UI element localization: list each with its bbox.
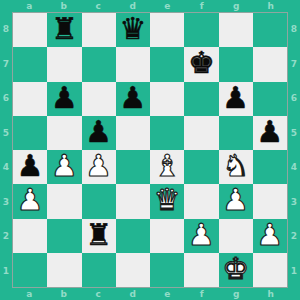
piece-black-queen[interactable]: ♛ — [119, 14, 146, 44]
square-h5[interactable]: ♟ — [253, 116, 287, 150]
piece-white-pawn[interactable]: ♟ — [17, 185, 44, 215]
rank-label-5: 5 — [288, 116, 300, 151]
square-e1[interactable] — [150, 253, 184, 287]
rank-label-6: 6 — [288, 81, 300, 116]
rank-label-7: 7 — [288, 47, 300, 82]
piece-black-rook[interactable]: ♜ — [85, 220, 112, 250]
rank-label-4: 4 — [0, 150, 12, 185]
piece-black-pawn[interactable]: ♟ — [17, 151, 44, 181]
square-g5[interactable] — [219, 116, 253, 150]
file-label-h: h — [254, 0, 289, 12]
file-label-h: h — [254, 288, 289, 300]
square-d8[interactable]: ♛ — [116, 13, 150, 47]
square-g7[interactable] — [219, 47, 253, 81]
square-b2[interactable] — [47, 219, 81, 253]
square-f1[interactable] — [184, 253, 218, 287]
file-label-d: d — [116, 288, 151, 300]
square-a4[interactable]: ♟ — [13, 150, 47, 184]
piece-white-bishop[interactable]: ♝ — [154, 151, 181, 181]
square-e7[interactable] — [150, 47, 184, 81]
rank-label-6: 6 — [0, 81, 12, 116]
file-label-b: b — [47, 0, 82, 12]
piece-white-knight[interactable]: ♞ — [222, 151, 249, 181]
rank-label-2: 2 — [0, 219, 12, 254]
file-label-g: g — [219, 0, 254, 12]
piece-white-king[interactable]: ♚ — [222, 254, 249, 284]
square-d1[interactable] — [116, 253, 150, 287]
rank-label-4: 4 — [288, 150, 300, 185]
square-h1[interactable] — [253, 253, 287, 287]
square-e8[interactable] — [150, 13, 184, 47]
rank-label-1: 1 — [0, 254, 12, 289]
piece-white-pawn[interactable]: ♟ — [188, 220, 215, 250]
rank-labels-left: 87654321 — [0, 12, 12, 288]
rank-label-3: 3 — [288, 185, 300, 220]
square-e5[interactable] — [150, 116, 184, 150]
file-label-c: c — [81, 288, 116, 300]
piece-white-pawn[interactable]: ♟ — [85, 151, 112, 181]
square-f5[interactable] — [184, 116, 218, 150]
square-a1[interactable] — [13, 253, 47, 287]
rank-label-8: 8 — [288, 12, 300, 47]
square-c3[interactable] — [82, 184, 116, 218]
square-g1[interactable]: ♚ — [219, 253, 253, 287]
file-label-a: a — [12, 288, 47, 300]
rank-labels-right: 87654321 — [288, 12, 300, 288]
square-b8[interactable]: ♜ — [47, 13, 81, 47]
square-c6[interactable] — [82, 82, 116, 116]
square-g8[interactable] — [219, 13, 253, 47]
square-e2[interactable] — [150, 219, 184, 253]
square-a6[interactable] — [13, 82, 47, 116]
square-e4[interactable]: ♝ — [150, 150, 184, 184]
square-c7[interactable] — [82, 47, 116, 81]
square-d2[interactable] — [116, 219, 150, 253]
square-h2[interactable]: ♟ — [253, 219, 287, 253]
rank-label-1: 1 — [288, 254, 300, 289]
square-a5[interactable] — [13, 116, 47, 150]
file-label-f: f — [185, 0, 220, 12]
square-b3[interactable] — [47, 184, 81, 218]
square-g4[interactable]: ♞ — [219, 150, 253, 184]
piece-black-king[interactable]: ♚ — [188, 48, 215, 78]
square-g6[interactable]: ♟ — [219, 82, 253, 116]
piece-black-pawn[interactable]: ♟ — [119, 83, 146, 113]
file-label-d: d — [116, 0, 151, 12]
square-h3[interactable] — [253, 184, 287, 218]
piece-white-queen[interactable]: ♛ — [154, 185, 181, 215]
square-b7[interactable] — [47, 47, 81, 81]
piece-black-rook[interactable]: ♜ — [51, 14, 78, 44]
square-a7[interactable] — [13, 47, 47, 81]
piece-white-pawn[interactable]: ♟ — [51, 151, 78, 181]
square-a2[interactable] — [13, 219, 47, 253]
square-c8[interactable] — [82, 13, 116, 47]
piece-black-pawn[interactable]: ♟ — [85, 117, 112, 147]
square-h7[interactable] — [253, 47, 287, 81]
square-d4[interactable] — [116, 150, 150, 184]
square-e3[interactable]: ♛ — [150, 184, 184, 218]
chess-board: ♜♛♚♟♟♟♟♟♟♟♟♝♞♟♛♟♜♟♟♚ — [12, 12, 288, 288]
piece-black-pawn[interactable]: ♟ — [51, 83, 78, 113]
file-label-e: e — [150, 0, 185, 12]
file-label-e: e — [150, 288, 185, 300]
square-d3[interactable] — [116, 184, 150, 218]
file-label-a: a — [12, 0, 47, 12]
square-b5[interactable] — [47, 116, 81, 150]
rank-label-3: 3 — [0, 185, 12, 220]
rank-label-2: 2 — [288, 219, 300, 254]
piece-white-pawn[interactable]: ♟ — [256, 220, 283, 250]
square-d6[interactable]: ♟ — [116, 82, 150, 116]
square-c2[interactable]: ♜ — [82, 219, 116, 253]
square-f7[interactable]: ♚ — [184, 47, 218, 81]
file-labels-top: abcdefgh — [12, 0, 288, 12]
piece-black-pawn[interactable]: ♟ — [222, 83, 249, 113]
square-h6[interactable] — [253, 82, 287, 116]
square-a3[interactable]: ♟ — [13, 184, 47, 218]
file-label-b: b — [47, 288, 82, 300]
piece-black-pawn[interactable]: ♟ — [256, 117, 283, 147]
square-f2[interactable]: ♟ — [184, 219, 218, 253]
piece-white-pawn[interactable]: ♟ — [222, 185, 249, 215]
file-label-g: g — [219, 288, 254, 300]
square-f4[interactable] — [184, 150, 218, 184]
square-b1[interactable] — [47, 253, 81, 287]
square-b6[interactable]: ♟ — [47, 82, 81, 116]
square-g2[interactable] — [219, 219, 253, 253]
square-f6[interactable] — [184, 82, 218, 116]
square-c4[interactable]: ♟ — [82, 150, 116, 184]
rank-label-5: 5 — [0, 116, 12, 151]
rank-label-8: 8 — [0, 12, 12, 47]
square-h4[interactable] — [253, 150, 287, 184]
rank-label-7: 7 — [0, 47, 12, 82]
square-d5[interactable] — [116, 116, 150, 150]
square-e6[interactable] — [150, 82, 184, 116]
chess-board-frame: abcdefgh abcdefgh 87654321 87654321 ♜♛♚♟… — [0, 0, 300, 300]
square-c5[interactable]: ♟ — [82, 116, 116, 150]
square-h8[interactable] — [253, 13, 287, 47]
file-label-c: c — [81, 0, 116, 12]
square-c1[interactable] — [82, 253, 116, 287]
file-labels-bottom: abcdefgh — [12, 288, 288, 300]
square-b4[interactable]: ♟ — [47, 150, 81, 184]
square-g3[interactable]: ♟ — [219, 184, 253, 218]
square-f3[interactable] — [184, 184, 218, 218]
square-f8[interactable] — [184, 13, 218, 47]
square-a8[interactable] — [13, 13, 47, 47]
file-label-f: f — [185, 288, 220, 300]
square-d7[interactable] — [116, 47, 150, 81]
